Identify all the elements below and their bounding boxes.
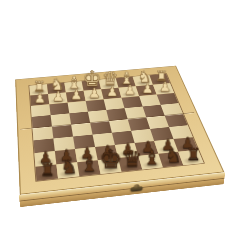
piece-anchor: ♞ xyxy=(163,164,183,166)
dark-bishop[interactable]: ♝ xyxy=(144,148,162,168)
square-g8[interactable]: ♞ xyxy=(56,162,79,178)
square-g4[interactable] xyxy=(51,113,72,126)
product-photo-chess-set: ♜♞♝♚♛♝♞♜♟♟♟♟♟♟♟♟♟♟♟♟♟♟♟♟♜♞♝♚♛♝♞♜ xyxy=(0,0,230,230)
chess-board-box: ♜♞♝♚♛♝♞♜♟♟♟♟♟♟♟♟♟♟♟♟♟♟♟♟♜♞♝♚♛♝♞♜ xyxy=(15,66,224,195)
square-f4[interactable] xyxy=(69,112,90,125)
dark-knight[interactable]: ♞ xyxy=(60,158,77,177)
dark-queen[interactable]: ♛ xyxy=(122,148,142,170)
light-pawn[interactable]: ♟ xyxy=(142,82,154,95)
square-e4[interactable] xyxy=(88,110,109,123)
dark-rook[interactable]: ♜ xyxy=(40,162,55,179)
square-a8[interactable]: ♜ xyxy=(178,150,203,165)
light-pawn[interactable]: ♟ xyxy=(159,80,171,93)
square-d4[interactable] xyxy=(106,108,127,121)
square-b8[interactable]: ♞ xyxy=(158,152,183,168)
square-f3[interactable] xyxy=(68,101,88,113)
piece-anchor: ♞ xyxy=(58,176,79,178)
clasp-latch xyxy=(128,183,145,193)
piece-anchor: ♜ xyxy=(36,178,58,180)
light-pawn[interactable]: ♟ xyxy=(34,91,46,104)
square-f8[interactable]: ♝ xyxy=(77,160,100,176)
light-pawn[interactable]: ♟ xyxy=(124,83,136,96)
scene: ♜♞♝♚♛♝♞♜♟♟♟♟♟♟♟♟♟♟♟♟♟♟♟♟♜♞♝♚♛♝♞♜ xyxy=(0,0,230,230)
dark-rook[interactable]: ♜ xyxy=(186,147,201,163)
piece-anchor: ♚ xyxy=(100,171,121,173)
chess-board: ♜♞♝♚♛♝♞♜♟♟♟♟♟♟♟♟♟♟♟♟♟♟♟♟♜♞♝♚♛♝♞♜ xyxy=(28,73,204,182)
dark-knight[interactable]: ♞ xyxy=(165,147,182,166)
square-h8[interactable]: ♜ xyxy=(35,164,58,180)
piece-anchor: ♝ xyxy=(142,167,163,169)
light-pawn[interactable]: ♟ xyxy=(106,85,118,98)
light-pawn[interactable]: ♟ xyxy=(89,86,101,99)
square-e2[interactable]: ♟ xyxy=(84,89,104,101)
square-d2[interactable]: ♟ xyxy=(101,88,121,100)
piece-anchor: ♝ xyxy=(79,173,100,175)
square-b2[interactable]: ♟ xyxy=(136,85,157,96)
light-pawn[interactable]: ♟ xyxy=(71,88,83,101)
dark-king[interactable]: ♚ xyxy=(99,146,122,172)
square-c4[interactable] xyxy=(125,106,147,119)
square-e8[interactable]: ♚ xyxy=(98,158,122,174)
square-f2[interactable]: ♟ xyxy=(66,91,86,103)
square-a2[interactable]: ♟ xyxy=(153,83,174,94)
square-a3[interactable] xyxy=(157,93,179,105)
piece-anchor: ♜ xyxy=(183,162,203,164)
light-pawn[interactable]: ♟ xyxy=(52,89,64,102)
piece-anchor: ♛ xyxy=(121,169,142,171)
square-c2[interactable]: ♟ xyxy=(119,86,140,98)
dark-bishop[interactable]: ♝ xyxy=(81,154,99,174)
square-f5[interactable] xyxy=(71,123,92,137)
